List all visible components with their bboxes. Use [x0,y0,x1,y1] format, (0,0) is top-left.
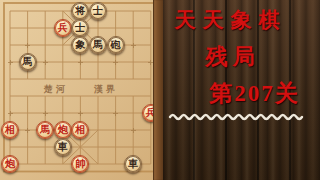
piece-black-advisor[interactable]: 士 [89,2,107,20]
mode-title: 残局 [154,42,311,72]
piece-red-cannon[interactable]: 炮 [1,155,19,173]
piece-red-horse[interactable]: 馬 [36,121,54,139]
xiangqi-board[interactable]: 楚河 漢界 将士兵士象馬砲馬兵相馬炮相車炮帥車 [0,0,163,180]
piece-black-chariot[interactable]: 車 [124,155,142,173]
piece-black-general[interactable]: 将 [71,2,89,20]
piece-red-elephant[interactable]: 相 [1,121,19,139]
app-title: 天天象棋 [152,6,309,34]
piece-black-chariot[interactable]: 車 [54,138,72,156]
wavy-divider [167,112,309,122]
pieces-grid: 将士兵士象馬砲馬兵相馬炮相車炮帥車 [1,3,159,173]
level-title: 第207关 [176,78,320,109]
piece-black-elephant[interactable]: 象 [71,36,89,54]
title-panel: 天天象棋 残局 第207关 [163,0,320,180]
piece-black-cannon[interactable]: 砲 [107,36,125,54]
screen: 楚河 漢界 将士兵士象馬砲馬兵相馬炮相車炮帥車 天天象棋 残局 第207关 [0,0,320,180]
piece-black-horse[interactable]: 馬 [89,36,107,54]
piece-red-elephant[interactable]: 相 [71,121,89,139]
piece-red-general[interactable]: 帥 [71,155,89,173]
piece-black-advisor[interactable]: 士 [71,19,89,37]
piece-red-soldier[interactable]: 兵 [54,19,72,37]
piece-black-horse[interactable]: 馬 [19,53,37,71]
piece-red-cannon[interactable]: 炮 [54,121,72,139]
